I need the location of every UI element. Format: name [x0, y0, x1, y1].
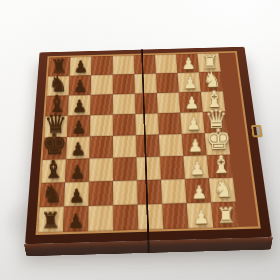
white-pawn-piece: ♟ [192, 208, 209, 227]
white-bishop-piece: ♝ [209, 153, 231, 178]
board-square[interactable]: ♜ [197, 53, 220, 72]
board-square[interactable] [113, 180, 138, 205]
white-knight-piece: ♞ [202, 69, 221, 91]
board-square[interactable] [156, 73, 179, 93]
board-square[interactable] [135, 93, 158, 114]
board-square[interactable]: ♟ [187, 202, 214, 228]
board-square[interactable] [89, 181, 114, 206]
board-square[interactable]: ♟ [183, 155, 209, 179]
board-square[interactable] [113, 157, 137, 181]
black-knight-piece: ♞ [48, 74, 67, 96]
board-square[interactable] [113, 205, 138, 231]
black-pawn-piece: ♟ [70, 140, 86, 158]
board-square[interactable]: ♚ [43, 137, 67, 160]
brass-clasp [251, 125, 263, 137]
photo-background: ♜♟♟♜♞♟♟♞♝♟♟♝♛♟♟♛♚♟♟♚♝♟♟♝♞♟♟♞♜♟♟♜ [0, 0, 280, 280]
board-square[interactable] [113, 135, 137, 158]
board-square[interactable] [113, 94, 136, 115]
white-pawn-piece: ♟ [188, 160, 204, 178]
board-square[interactable] [90, 94, 112, 115]
board-square[interactable] [91, 56, 113, 75]
white-pawn-piece: ♟ [187, 137, 203, 155]
board-square[interactable] [138, 204, 164, 230]
white-pawn-piece: ♟ [185, 115, 201, 132]
board-square[interactable]: ♟ [176, 54, 199, 73]
board-square[interactable]: ♟ [69, 75, 91, 95]
board-square[interactable]: ♞ [199, 72, 223, 92]
board-square[interactable]: ♜ [211, 202, 238, 228]
board-square[interactable]: ♟ [182, 133, 207, 156]
board-square[interactable]: ♜ [38, 207, 64, 233]
black-pawn-piece: ♟ [67, 212, 84, 231]
board-square[interactable] [161, 179, 187, 204]
white-rook-piece: ♜ [216, 204, 236, 226]
scene: ♜♟♟♜♞♟♟♞♝♟♟♝♛♟♟♛♚♟♟♚♝♟♟♝♞♟♟♞♜♟♟♜ [29, 0, 249, 280]
board-square[interactable]: ♞ [47, 76, 70, 96]
black-pawn-piece: ♟ [70, 119, 86, 136]
board-square[interactable] [159, 134, 184, 157]
board-square[interactable] [134, 55, 156, 74]
board-square[interactable]: ♝ [207, 155, 233, 179]
board-square[interactable] [113, 55, 135, 74]
board-square[interactable]: ♟ [67, 115, 90, 137]
black-pawn-piece: ♟ [68, 187, 85, 206]
white-rook-piece: ♜ [201, 52, 218, 71]
black-pawn-piece: ♟ [73, 59, 88, 75]
board-square[interactable] [158, 113, 182, 135]
white-pawn-piece: ♟ [181, 56, 196, 72]
folding-chess-box: ♜♟♟♜♞♟♟♞♝♟♟♝♛♟♟♛♚♟♟♚♝♟♟♝♞♟♟♞♜♟♟♜ [25, 47, 272, 245]
board-square[interactable]: ♞ [209, 178, 236, 203]
box-side-seam [147, 241, 149, 253]
black-rook-piece: ♜ [40, 209, 60, 231]
board-square[interactable] [157, 92, 180, 113]
board-square[interactable]: ♟ [179, 92, 203, 113]
board-square[interactable]: ♛ [203, 111, 228, 133]
board-square[interactable] [137, 180, 162, 205]
white-bishop-piece: ♝ [203, 88, 224, 111]
board-square[interactable]: ♟ [65, 159, 89, 183]
board-square[interactable]: ♟ [64, 182, 89, 207]
board-square[interactable] [91, 75, 113, 95]
board-square[interactable] [136, 157, 161, 181]
board-square[interactable] [89, 158, 113, 182]
board-square[interactable]: ♝ [201, 91, 225, 112]
black-pawn-piece: ♟ [71, 98, 86, 115]
black-rook-piece: ♜ [50, 56, 67, 75]
black-bishop-piece: ♝ [42, 157, 64, 182]
board-square[interactable] [135, 113, 158, 135]
board-square[interactable] [155, 54, 177, 73]
board-square[interactable]: ♟ [70, 57, 92, 76]
board-square[interactable] [90, 115, 113, 137]
box-front-side [24, 237, 273, 256]
board-square[interactable] [136, 135, 160, 158]
board-square[interactable]: ♝ [41, 159, 66, 183]
board-square[interactable]: ♜ [48, 57, 70, 76]
board-square[interactable]: ♟ [185, 178, 211, 203]
board-square[interactable]: ♟ [180, 112, 204, 134]
white-pawn-piece: ♟ [184, 95, 199, 112]
board-square[interactable] [134, 74, 157, 94]
black-knight-piece: ♞ [41, 182, 63, 206]
white-knight-piece: ♞ [212, 177, 234, 201]
board-square[interactable]: ♟ [178, 72, 201, 92]
black-pawn-piece: ♟ [69, 163, 85, 181]
board-square[interactable]: ♝ [45, 96, 68, 117]
board-square[interactable] [88, 205, 113, 231]
board-square[interactable] [113, 114, 136, 136]
white-pawn-piece: ♟ [182, 75, 197, 92]
board-square[interactable] [113, 74, 135, 94]
board-square[interactable]: ♚ [205, 133, 231, 156]
white-pawn-piece: ♟ [190, 183, 207, 202]
board-square[interactable]: ♞ [40, 182, 66, 207]
board-square[interactable]: ♟ [68, 95, 91, 116]
board-square[interactable] [162, 203, 188, 229]
black-bishop-piece: ♝ [46, 93, 67, 116]
board-square[interactable] [160, 156, 185, 180]
board-square[interactable]: ♟ [66, 136, 90, 159]
black-pawn-piece: ♟ [72, 78, 87, 95]
perspective-wrapper: ♜♟♟♜♞♟♟♞♝♟♟♝♛♟♟♛♚♟♟♚♝♟♟♝♞♟♟♞♜♟♟♜ [30, 33, 250, 280]
board-square[interactable]: ♟ [63, 206, 89, 232]
board-square[interactable] [90, 136, 113, 159]
board-square[interactable]: ♛ [44, 116, 68, 138]
